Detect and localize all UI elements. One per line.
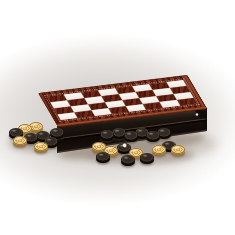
checker-piece-black <box>96 152 110 163</box>
checker-top <box>96 152 110 161</box>
checker-top <box>34 142 48 151</box>
checker-top <box>124 131 138 140</box>
checker-piece-black <box>140 153 154 164</box>
checkers-pieces <box>0 0 235 235</box>
checker-piece-black <box>146 131 160 142</box>
checker-piece-cream <box>171 145 185 156</box>
checker-top <box>121 155 135 164</box>
checker-top <box>13 136 27 145</box>
checker-top <box>50 128 64 137</box>
checker-top <box>100 130 114 139</box>
checker-piece-black <box>124 131 138 142</box>
checker-piece-black <box>121 155 135 166</box>
checker-top <box>146 131 160 140</box>
checker-top <box>140 153 154 162</box>
checker-top <box>152 145 166 154</box>
checker-top <box>171 145 185 154</box>
checker-piece-cream <box>152 145 166 156</box>
checker-piece-black <box>100 130 114 141</box>
product-photo <box>0 0 235 235</box>
checker-piece-cream <box>13 136 27 147</box>
checker-piece-cream <box>34 142 48 153</box>
